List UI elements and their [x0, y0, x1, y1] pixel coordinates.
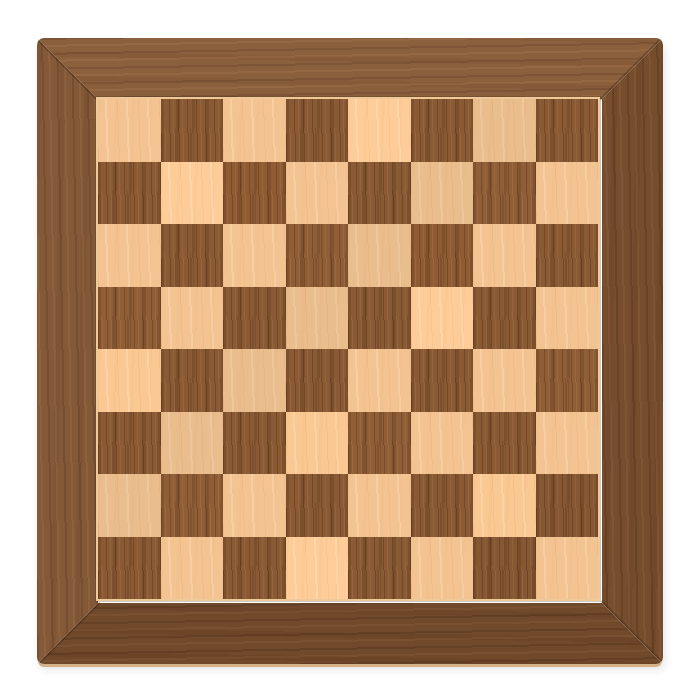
square-h3[interactable] [536, 412, 599, 475]
square-c7[interactable] [223, 162, 286, 225]
square-f4[interactable] [411, 349, 474, 412]
square-b8[interactable] [161, 99, 224, 162]
square-h4[interactable] [536, 349, 599, 412]
squares-grid [98, 99, 598, 599]
square-g3[interactable] [473, 412, 536, 475]
square-e6[interactable] [348, 224, 411, 287]
playing-field [96, 97, 600, 601]
square-c5[interactable] [223, 287, 286, 350]
square-h8[interactable] [536, 99, 599, 162]
square-f6[interactable] [411, 224, 474, 287]
square-b3[interactable] [161, 412, 224, 475]
square-a1[interactable] [98, 537, 161, 600]
square-g5[interactable] [473, 287, 536, 350]
square-f1[interactable] [411, 537, 474, 600]
square-b4[interactable] [161, 349, 224, 412]
square-c8[interactable] [223, 99, 286, 162]
square-b1[interactable] [161, 537, 224, 600]
square-c2[interactable] [223, 474, 286, 537]
square-h2[interactable] [536, 474, 599, 537]
square-e5[interactable] [348, 287, 411, 350]
square-g1[interactable] [473, 537, 536, 600]
square-d3[interactable] [286, 412, 349, 475]
square-g2[interactable] [473, 474, 536, 537]
square-c3[interactable] [223, 412, 286, 475]
square-a3[interactable] [98, 412, 161, 475]
square-e8[interactable] [348, 99, 411, 162]
chess-board [37, 38, 663, 664]
square-b6[interactable] [161, 224, 224, 287]
square-d7[interactable] [286, 162, 349, 225]
square-d6[interactable] [286, 224, 349, 287]
square-a2[interactable] [98, 474, 161, 537]
square-h7[interactable] [536, 162, 599, 225]
square-f7[interactable] [411, 162, 474, 225]
square-e4[interactable] [348, 349, 411, 412]
square-h5[interactable] [536, 287, 599, 350]
square-d5[interactable] [286, 287, 349, 350]
square-d4[interactable] [286, 349, 349, 412]
square-d8[interactable] [286, 99, 349, 162]
square-e1[interactable] [348, 537, 411, 600]
square-g8[interactable] [473, 99, 536, 162]
square-b7[interactable] [161, 162, 224, 225]
square-f5[interactable] [411, 287, 474, 350]
square-e2[interactable] [348, 474, 411, 537]
square-e3[interactable] [348, 412, 411, 475]
square-f2[interactable] [411, 474, 474, 537]
square-c6[interactable] [223, 224, 286, 287]
square-c1[interactable] [223, 537, 286, 600]
square-d2[interactable] [286, 474, 349, 537]
square-c4[interactable] [223, 349, 286, 412]
square-a5[interactable] [98, 287, 161, 350]
square-d1[interactable] [286, 537, 349, 600]
square-b5[interactable] [161, 287, 224, 350]
square-f8[interactable] [411, 99, 474, 162]
square-a6[interactable] [98, 224, 161, 287]
square-h6[interactable] [536, 224, 599, 287]
square-a8[interactable] [98, 99, 161, 162]
square-g4[interactable] [473, 349, 536, 412]
square-g6[interactable] [473, 224, 536, 287]
square-a4[interactable] [98, 349, 161, 412]
square-a7[interactable] [98, 162, 161, 225]
square-h1[interactable] [536, 537, 599, 600]
square-g7[interactable] [473, 162, 536, 225]
square-f3[interactable] [411, 412, 474, 475]
square-b2[interactable] [161, 474, 224, 537]
square-e7[interactable] [348, 162, 411, 225]
